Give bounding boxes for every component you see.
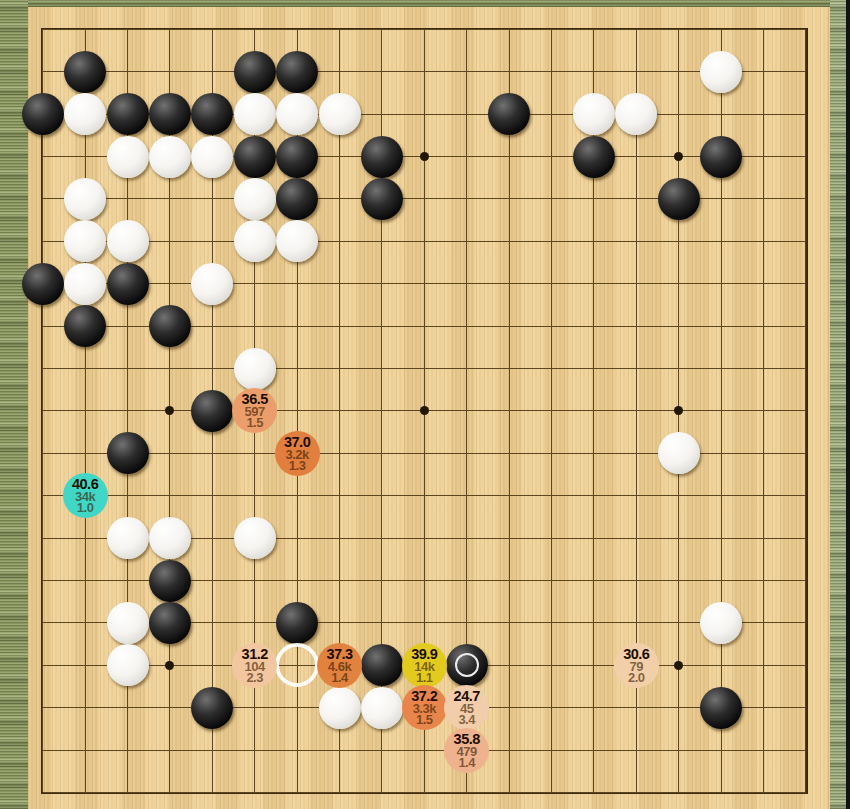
candidate-point-loss: 1.0	[77, 502, 94, 513]
black-stone-O16	[573, 136, 615, 178]
white-stone-D16	[149, 136, 191, 178]
black-stone-J4	[361, 644, 403, 686]
screen-edge	[846, 0, 850, 809]
mat-border-top	[0, 0, 850, 7]
black-stone-E3	[191, 687, 233, 729]
goban[interactable]: 36.55971.537.03.2k1.340.634k1.031.21042.…	[28, 7, 830, 809]
candidate-point-loss: 1.1	[416, 672, 433, 683]
grid-line-vertical	[763, 29, 764, 792]
star-point-K16	[420, 152, 429, 161]
white-stone-F11	[234, 348, 276, 390]
black-stone-A17	[22, 93, 64, 135]
grid-line-vertical	[509, 29, 510, 792]
black-stone-C13	[107, 263, 149, 305]
candidate-point-loss: 3.4	[458, 714, 475, 725]
mat-border-right	[830, 0, 846, 809]
candidate-move-F4[interactable]: 31.21042.3	[232, 643, 277, 688]
candidate-move-K4[interactable]: 39.914k1.1	[402, 643, 447, 688]
black-stone-Q15	[658, 178, 700, 220]
white-stone-E16	[191, 136, 233, 178]
white-stone-H3	[319, 687, 361, 729]
white-stone-R5	[700, 602, 742, 644]
black-stone-R16	[700, 136, 742, 178]
white-stone-B15	[64, 178, 106, 220]
black-stone-F18	[234, 51, 276, 93]
candidate-move-K3[interactable]: 37.23.3k1.5	[402, 685, 447, 730]
candidate-move-L2[interactable]: 35.84791.4	[444, 728, 489, 773]
black-stone-B12	[64, 305, 106, 347]
grid-line-horizontal	[43, 792, 806, 793]
white-stone-C14	[107, 220, 149, 262]
candidate-point-loss: 1.4	[331, 672, 348, 683]
candidate-point-loss: 1.4	[458, 757, 475, 768]
grid-line-horizontal	[43, 750, 806, 751]
candidate-move-H4[interactable]: 37.34.6k1.4	[317, 643, 362, 688]
black-stone-D6	[149, 560, 191, 602]
white-stone-C5	[107, 602, 149, 644]
black-stone-G18	[276, 51, 318, 93]
last-move-marker	[455, 653, 479, 677]
black-stone-G5	[276, 602, 318, 644]
white-stone-C4	[107, 644, 149, 686]
black-stone-G16	[276, 136, 318, 178]
candidate-move-G9[interactable]: 37.03.2k1.3	[275, 431, 320, 476]
star-point-Q4	[674, 661, 683, 670]
grid-line-vertical	[805, 29, 806, 792]
black-stone-J15	[361, 178, 403, 220]
candidate-point-loss: 1.3	[289, 460, 306, 471]
white-stone-G17	[276, 93, 318, 135]
black-stone-M17	[488, 93, 530, 135]
black-stone-E10	[191, 390, 233, 432]
white-stone-Q9	[658, 432, 700, 474]
black-stone-J16	[361, 136, 403, 178]
white-stone-D7	[149, 517, 191, 559]
candidate-point-loss: 2.3	[246, 672, 263, 683]
black-stone-F16	[234, 136, 276, 178]
white-stone-C16	[107, 136, 149, 178]
grid-line-vertical	[551, 29, 552, 792]
black-stone-D12	[149, 305, 191, 347]
white-stone-O17	[573, 93, 615, 135]
white-stone-B17	[64, 93, 106, 135]
white-stone-B13	[64, 263, 106, 305]
candidate-point-loss: 1.5	[416, 714, 433, 725]
grid-line-horizontal	[43, 495, 806, 496]
black-stone-A13	[22, 263, 64, 305]
white-stone-H17	[319, 93, 361, 135]
white-stone-F14	[234, 220, 276, 262]
black-stone-D5	[149, 602, 191, 644]
black-stone-D17	[149, 93, 191, 135]
candidate-point-loss: 2.0	[628, 672, 645, 683]
white-stone-J3	[361, 687, 403, 729]
white-stone-F15	[234, 178, 276, 220]
white-stone-C7	[107, 517, 149, 559]
white-stone-E13	[191, 263, 233, 305]
black-stone-C9	[107, 432, 149, 474]
black-stone-B18	[64, 51, 106, 93]
candidate-move-B8[interactable]: 40.634k1.0	[63, 473, 108, 518]
white-stone-F17	[234, 93, 276, 135]
black-stone-L4	[446, 644, 488, 686]
black-stone-C17	[107, 93, 149, 135]
go-analysis-screenshot: 36.55971.537.03.2k1.340.634k1.031.21042.…	[0, 0, 850, 809]
white-stone-F7	[234, 517, 276, 559]
white-stone-R18	[700, 51, 742, 93]
candidate-move-P4[interactable]: 30.6792.0	[614, 643, 659, 688]
black-stone-G15	[276, 178, 318, 220]
black-stone-R3	[700, 687, 742, 729]
candidate-point-loss: 1.5	[246, 417, 263, 428]
